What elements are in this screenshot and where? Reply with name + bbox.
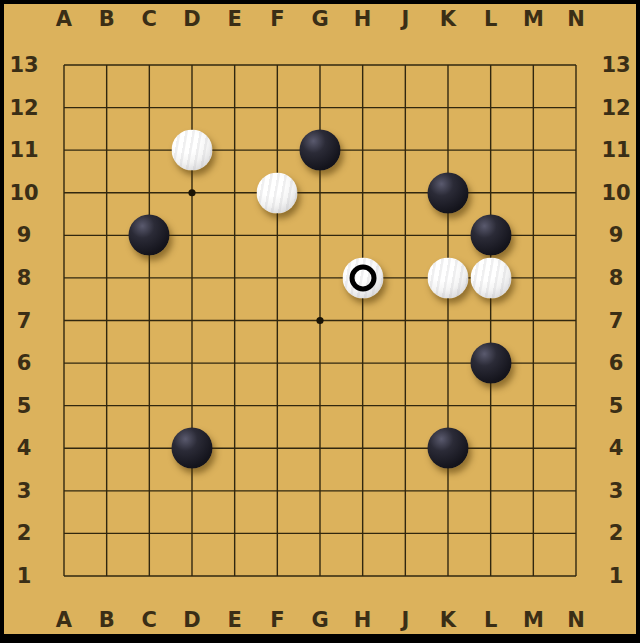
col-label-bottom: L [484, 608, 497, 632]
row-label-right: 8 [609, 266, 624, 290]
col-label-bottom: F [270, 608, 284, 632]
col-label-bottom: E [227, 608, 241, 632]
col-label-top: C [142, 7, 157, 31]
row-label-left: 1 [17, 564, 32, 588]
go-board[interactable] [43, 44, 597, 598]
row-label-right: 12 [601, 96, 630, 120]
col-label-top: A [56, 7, 72, 31]
row-label-left: 4 [17, 436, 32, 460]
col-label-top: K [440, 7, 456, 31]
col-label-bottom: N [567, 608, 585, 632]
col-label-bottom: H [354, 608, 372, 632]
row-label-left: 6 [17, 351, 32, 375]
col-label-top: M [523, 7, 544, 31]
row-label-left: 5 [17, 394, 32, 418]
row-label-left: 7 [17, 309, 32, 333]
col-label-top: E [227, 7, 241, 31]
col-label-bottom: G [311, 608, 328, 632]
col-label-top: L [484, 7, 497, 31]
col-label-top: G [311, 7, 328, 31]
row-label-right: 11 [601, 138, 630, 162]
col-label-top: D [183, 7, 200, 31]
col-label-top: J [401, 7, 409, 31]
row-label-left: 8 [17, 266, 32, 290]
row-label-left: 12 [9, 96, 38, 120]
row-label-right: 6 [609, 351, 624, 375]
col-label-bottom: M [523, 608, 544, 632]
row-label-right: 10 [601, 181, 630, 205]
row-label-left: 10 [9, 181, 38, 205]
row-label-right: 2 [609, 521, 624, 545]
col-label-bottom: J [401, 608, 409, 632]
row-label-left: 11 [9, 138, 38, 162]
col-label-bottom: K [440, 608, 456, 632]
col-label-bottom: C [142, 608, 157, 632]
row-label-left: 9 [17, 223, 32, 247]
row-label-left: 3 [17, 479, 32, 503]
row-label-left: 13 [9, 53, 38, 77]
row-label-right: 5 [609, 394, 624, 418]
row-label-right: 13 [601, 53, 630, 77]
row-label-right: 4 [609, 436, 624, 460]
col-label-top: H [354, 7, 372, 31]
col-label-bottom: D [183, 608, 200, 632]
go-board-app: AABBCCDDEEFFGGHHJJKKLLMMNN13131212111110… [0, 0, 640, 643]
col-label-top: B [99, 7, 115, 31]
row-label-right: 7 [609, 309, 624, 333]
col-label-top: F [270, 7, 284, 31]
row-label-left: 2 [17, 521, 32, 545]
row-label-right: 3 [609, 479, 624, 503]
row-label-right: 9 [609, 223, 624, 247]
col-label-top: N [567, 7, 585, 31]
col-label-bottom: B [99, 608, 115, 632]
col-label-bottom: A [56, 608, 72, 632]
row-label-right: 1 [609, 564, 624, 588]
